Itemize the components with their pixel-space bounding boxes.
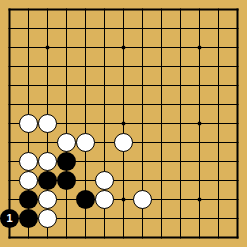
stone-white (114, 133, 133, 152)
stone-white (38, 209, 57, 228)
stone-white (19, 114, 38, 133)
stone-black (57, 152, 76, 171)
stone-white (57, 133, 76, 152)
go-board[interactable]: 1 (0, 0, 247, 247)
stone-white (95, 171, 114, 190)
stone-white (38, 190, 57, 209)
stone-black (19, 190, 38, 209)
stone-white (38, 152, 57, 171)
stone-white (19, 171, 38, 190)
stone-white (19, 152, 38, 171)
stone-black (19, 209, 38, 228)
stone-black (57, 171, 76, 190)
stone-black (38, 171, 57, 190)
stone-black: 1 (0, 209, 19, 228)
stone-black (76, 190, 95, 209)
stone-white (133, 190, 152, 209)
stones-layer: 1 (0, 0, 247, 247)
stone-white (76, 133, 95, 152)
move-number-label: 1 (0, 209, 19, 228)
stone-white (38, 114, 57, 133)
stone-white (95, 190, 114, 209)
